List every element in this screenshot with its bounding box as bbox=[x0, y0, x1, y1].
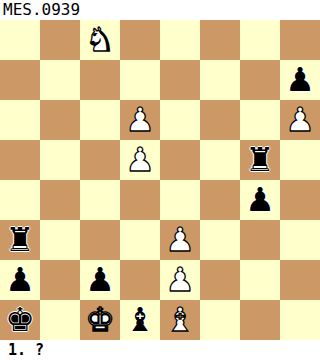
square-b3[interactable] bbox=[40, 220, 80, 260]
square-g2[interactable] bbox=[240, 260, 280, 300]
square-b4[interactable] bbox=[40, 180, 80, 220]
square-d3[interactable] bbox=[120, 220, 160, 260]
square-d6[interactable]: ♟ bbox=[120, 100, 160, 140]
square-c8[interactable]: ♞ bbox=[80, 20, 120, 60]
square-c5[interactable] bbox=[80, 140, 120, 180]
square-g6[interactable] bbox=[240, 100, 280, 140]
square-b2[interactable] bbox=[40, 260, 80, 300]
piece-white-bishop: ♝ bbox=[165, 300, 195, 340]
square-g1[interactable] bbox=[240, 300, 280, 340]
square-c1[interactable]: ♚ bbox=[80, 300, 120, 340]
square-a2[interactable]: ♟ bbox=[0, 260, 40, 300]
square-h5[interactable] bbox=[280, 140, 320, 180]
chess-board: ♞♟♟♟♟♜♟♜♟♟♟♟♚♚♝♝ bbox=[0, 20, 320, 340]
square-g7[interactable] bbox=[240, 60, 280, 100]
square-a8[interactable] bbox=[0, 20, 40, 60]
square-e2[interactable]: ♟ bbox=[160, 260, 200, 300]
square-a5[interactable] bbox=[0, 140, 40, 180]
piece-black-bishop: ♝ bbox=[125, 300, 155, 340]
square-d7[interactable] bbox=[120, 60, 160, 100]
piece-white-pawn: ♟ bbox=[285, 100, 315, 140]
piece-white-pawn: ♟ bbox=[165, 260, 195, 300]
piece-black-pawn: ♟ bbox=[285, 60, 315, 100]
square-g3[interactable] bbox=[240, 220, 280, 260]
square-c7[interactable] bbox=[80, 60, 120, 100]
square-d2[interactable] bbox=[120, 260, 160, 300]
piece-white-pawn: ♟ bbox=[125, 140, 155, 180]
piece-black-rook: ♜ bbox=[245, 140, 275, 180]
square-f5[interactable] bbox=[200, 140, 240, 180]
square-a7[interactable] bbox=[0, 60, 40, 100]
square-f7[interactable] bbox=[200, 60, 240, 100]
piece-black-pawn: ♟ bbox=[245, 180, 275, 220]
square-h6[interactable]: ♟ bbox=[280, 100, 320, 140]
square-b7[interactable] bbox=[40, 60, 80, 100]
piece-white-pawn: ♟ bbox=[125, 100, 155, 140]
square-e5[interactable] bbox=[160, 140, 200, 180]
square-f8[interactable] bbox=[200, 20, 240, 60]
square-f6[interactable] bbox=[200, 100, 240, 140]
square-h8[interactable] bbox=[280, 20, 320, 60]
piece-black-king: ♚ bbox=[5, 300, 35, 340]
square-e4[interactable] bbox=[160, 180, 200, 220]
piece-white-pawn: ♟ bbox=[165, 220, 195, 260]
square-f2[interactable] bbox=[200, 260, 240, 300]
square-g5[interactable]: ♜ bbox=[240, 140, 280, 180]
square-b6[interactable] bbox=[40, 100, 80, 140]
puzzle-id: MES.0939 bbox=[0, 0, 320, 20]
square-a4[interactable] bbox=[0, 180, 40, 220]
piece-black-pawn: ♟ bbox=[5, 260, 35, 300]
square-h3[interactable] bbox=[280, 220, 320, 260]
square-f1[interactable] bbox=[200, 300, 240, 340]
square-h1[interactable] bbox=[280, 300, 320, 340]
square-f4[interactable] bbox=[200, 180, 240, 220]
square-e1[interactable]: ♝ bbox=[160, 300, 200, 340]
square-d1[interactable]: ♝ bbox=[120, 300, 160, 340]
square-c3[interactable] bbox=[80, 220, 120, 260]
square-h2[interactable] bbox=[280, 260, 320, 300]
square-f3[interactable] bbox=[200, 220, 240, 260]
square-b5[interactable] bbox=[40, 140, 80, 180]
square-e7[interactable] bbox=[160, 60, 200, 100]
square-c6[interactable] bbox=[80, 100, 120, 140]
piece-white-knight: ♞ bbox=[85, 20, 115, 60]
square-a6[interactable] bbox=[0, 100, 40, 140]
move-prompt: 1. ? bbox=[0, 340, 320, 360]
square-a3[interactable]: ♜ bbox=[0, 220, 40, 260]
square-g4[interactable]: ♟ bbox=[240, 180, 280, 220]
puzzle-frame: MES.0939 ♞♟♟♟♟♜♟♜♟♟♟♟♚♚♝♝ 1. ? bbox=[0, 0, 320, 360]
square-e3[interactable]: ♟ bbox=[160, 220, 200, 260]
square-e6[interactable] bbox=[160, 100, 200, 140]
square-b8[interactable] bbox=[40, 20, 80, 60]
square-d4[interactable] bbox=[120, 180, 160, 220]
square-b1[interactable] bbox=[40, 300, 80, 340]
square-h4[interactable] bbox=[280, 180, 320, 220]
piece-white-king: ♚ bbox=[85, 300, 115, 340]
square-d8[interactable] bbox=[120, 20, 160, 60]
piece-black-pawn: ♟ bbox=[85, 260, 115, 300]
square-h7[interactable]: ♟ bbox=[280, 60, 320, 100]
square-a1[interactable]: ♚ bbox=[0, 300, 40, 340]
square-d5[interactable]: ♟ bbox=[120, 140, 160, 180]
square-c2[interactable]: ♟ bbox=[80, 260, 120, 300]
square-g8[interactable] bbox=[240, 20, 280, 60]
piece-black-rook: ♜ bbox=[5, 220, 35, 260]
square-c4[interactable] bbox=[80, 180, 120, 220]
square-e8[interactable] bbox=[160, 20, 200, 60]
